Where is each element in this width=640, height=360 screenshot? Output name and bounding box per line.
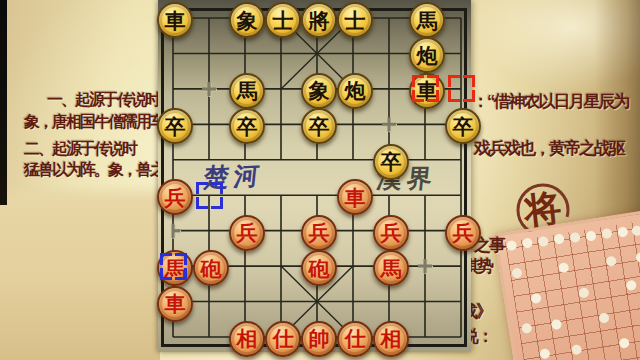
quote-text-line-2: 戏兵戏也，黄帝之战驱	[474, 137, 624, 160]
river-label-chu-he: 楚河	[202, 159, 266, 194]
red-piece-r[interactable]: 車	[337, 179, 373, 215]
black-piece-n[interactable]: 馬	[409, 2, 445, 38]
red-piece-r[interactable]: 車	[157, 286, 193, 322]
red-piece-c[interactable]: 砲	[193, 250, 229, 286]
black-piece-r[interactable]: 車	[157, 2, 193, 38]
black-piece-k[interactable]: 將	[301, 2, 337, 38]
origin-text-line-2: 象，唐相国牛僧孺用车	[24, 112, 164, 133]
black-piece-p[interactable]: 卒	[373, 144, 409, 180]
black-piece-c[interactable]: 炮	[337, 73, 373, 109]
red-piece-k[interactable]: 帥	[301, 321, 337, 357]
red-piece-b[interactable]: 相	[373, 321, 409, 357]
decorative-mini-board	[494, 210, 640, 360]
black-piece-n[interactable]: 馬	[229, 73, 265, 109]
black-piece-r[interactable]: 車	[409, 73, 445, 109]
mini-board-grid	[505, 221, 640, 360]
red-piece-c[interactable]: 砲	[301, 250, 337, 286]
red-piece-n[interactable]: 馬	[373, 250, 409, 286]
red-piece-b[interactable]: 相	[229, 321, 265, 357]
video-frame: 将 一、起源于传说时 象，唐相国牛僧孺用车 二、起源于传说时 猛兽以为阵。象，兽…	[0, 0, 640, 360]
quote-text-line-1: ：“借神农以日月星辰为	[472, 90, 629, 113]
origin-text-line-3: 二、起源于传说时	[24, 139, 136, 160]
black-piece-b[interactable]: 象	[229, 2, 265, 38]
red-piece-p[interactable]: 兵	[373, 215, 409, 251]
red-piece-a[interactable]: 仕	[337, 321, 373, 357]
origin-text-line-1: 一、起源于传说时	[47, 90, 159, 111]
red-piece-p[interactable]: 兵	[445, 215, 481, 251]
red-piece-p[interactable]: 兵	[157, 179, 193, 215]
origin-text-line-4: 猛兽以为阵。象，兽之	[24, 160, 164, 181]
red-piece-a[interactable]: 仕	[265, 321, 301, 357]
black-piece-b[interactable]: 象	[301, 73, 337, 109]
red-piece-n[interactable]: 馬	[157, 250, 193, 286]
left-black-bar	[0, 0, 7, 205]
black-piece-a[interactable]: 士	[337, 2, 373, 38]
ancient-players-painting	[0, 183, 160, 360]
black-piece-a[interactable]: 士	[265, 2, 301, 38]
red-piece-p[interactable]: 兵	[229, 215, 265, 251]
red-piece-p[interactable]: 兵	[301, 215, 337, 251]
